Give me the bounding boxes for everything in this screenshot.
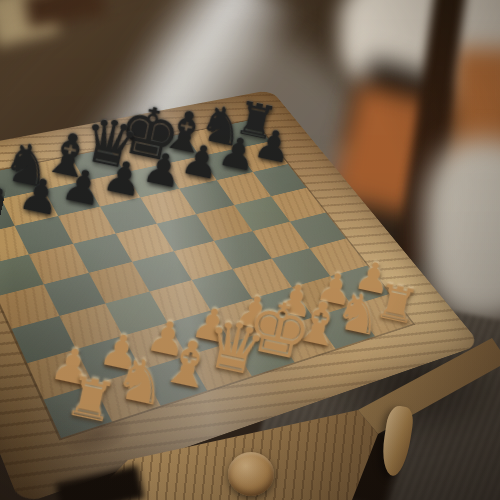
chess-stand-front	[0, 0, 500, 500]
photo-canvas: ♜♞♝♛♚♝♞♜♟♟♟♟♟♟♟♟♟♟♟♟♟♟♟♟♜♞♝♛♚♝♞♜	[0, 0, 500, 500]
stand-side-face	[0, 0, 500, 500]
drawer-front	[0, 0, 500, 500]
drawer-slot	[55, 465, 144, 500]
drawer-knob[interactable]	[228, 452, 274, 496]
